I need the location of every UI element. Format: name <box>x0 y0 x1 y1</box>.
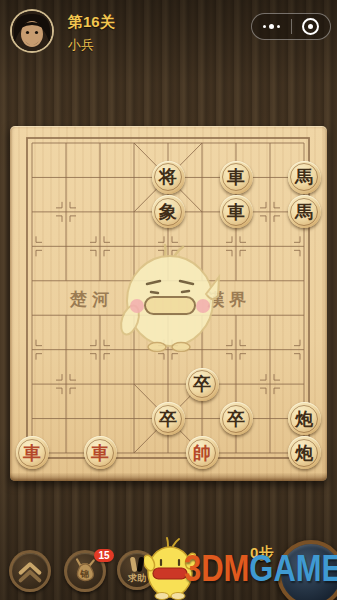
piece-ring <box>188 439 216 467</box>
close-button[interactable] <box>292 14 331 39</box>
player-name: 小兵 <box>68 36 94 54</box>
more-icon <box>263 24 280 29</box>
piece-ring <box>222 405 250 433</box>
piece-ring <box>188 370 216 398</box>
piece-black-馬-f9r2[interactable]: 馬 <box>288 161 321 194</box>
piece-ring <box>86 439 114 467</box>
piece-ring <box>222 163 250 191</box>
level-title: 第16关 <box>68 13 115 32</box>
miniprogram-capsule <box>251 13 331 40</box>
piece-black-炮-f9r9[interactable]: 炮 <box>288 402 321 435</box>
watermark: 3DMGAME <box>184 548 337 590</box>
piece-black-卒-f5r9[interactable]: 卒 <box>152 402 185 435</box>
piece-ring <box>222 198 250 226</box>
close-circle-icon <box>302 18 319 35</box>
piece-black-馬-f9r3[interactable]: 馬 <box>288 195 321 228</box>
piece-ring <box>290 163 318 191</box>
watermark-game: GAME <box>249 548 337 589</box>
piece-ring <box>18 439 46 467</box>
avatar-portrait <box>12 11 52 51</box>
piece-ring <box>290 198 318 226</box>
bag-count-badge: 15 <box>94 549 114 562</box>
piece-ring <box>154 163 182 191</box>
collapse-menu-button[interactable] <box>9 550 51 592</box>
chevron-up-icon <box>12 550 48 592</box>
piece-black-車-f7r3[interactable]: 車 <box>220 195 253 228</box>
piece-black-卒-f6r8[interactable]: 卒 <box>186 368 219 401</box>
watermark-3dm: 3DM <box>184 548 249 589</box>
more-button[interactable] <box>252 14 291 39</box>
piece-red-帥-f6r10[interactable]: 帥 <box>186 436 219 469</box>
game-screen: 第16关 小兵 楚河 漢界 <box>0 0 337 600</box>
piece-black-車-f7r2[interactable]: 車 <box>220 161 253 194</box>
hint-bag-button[interactable]: 锦 15 <box>64 550 106 592</box>
piece-ring <box>154 405 182 433</box>
svg-text:锦: 锦 <box>80 569 90 579</box>
piece-red-車-f3r10[interactable]: 車 <box>84 436 117 469</box>
chick-mascot-river <box>118 240 222 352</box>
piece-ring <box>290 405 318 433</box>
xiangqi-board[interactable]: 楚河 漢界 将車馬象車馬卒卒卒炮炮車車帥 <box>10 126 327 481</box>
piece-red-車-f1r10[interactable]: 車 <box>16 436 49 469</box>
river-label-left: 楚河 <box>70 288 114 311</box>
piece-black-象-f5r3[interactable]: 象 <box>152 195 185 228</box>
piece-ring <box>154 198 182 226</box>
piece-black-卒-f7r9[interactable]: 卒 <box>220 402 253 435</box>
avatar <box>10 9 54 53</box>
piece-black-炮-f9r10[interactable]: 炮 <box>288 436 321 469</box>
piece-ring <box>290 439 318 467</box>
piece-black-将-f5r2[interactable]: 将 <box>152 161 185 194</box>
